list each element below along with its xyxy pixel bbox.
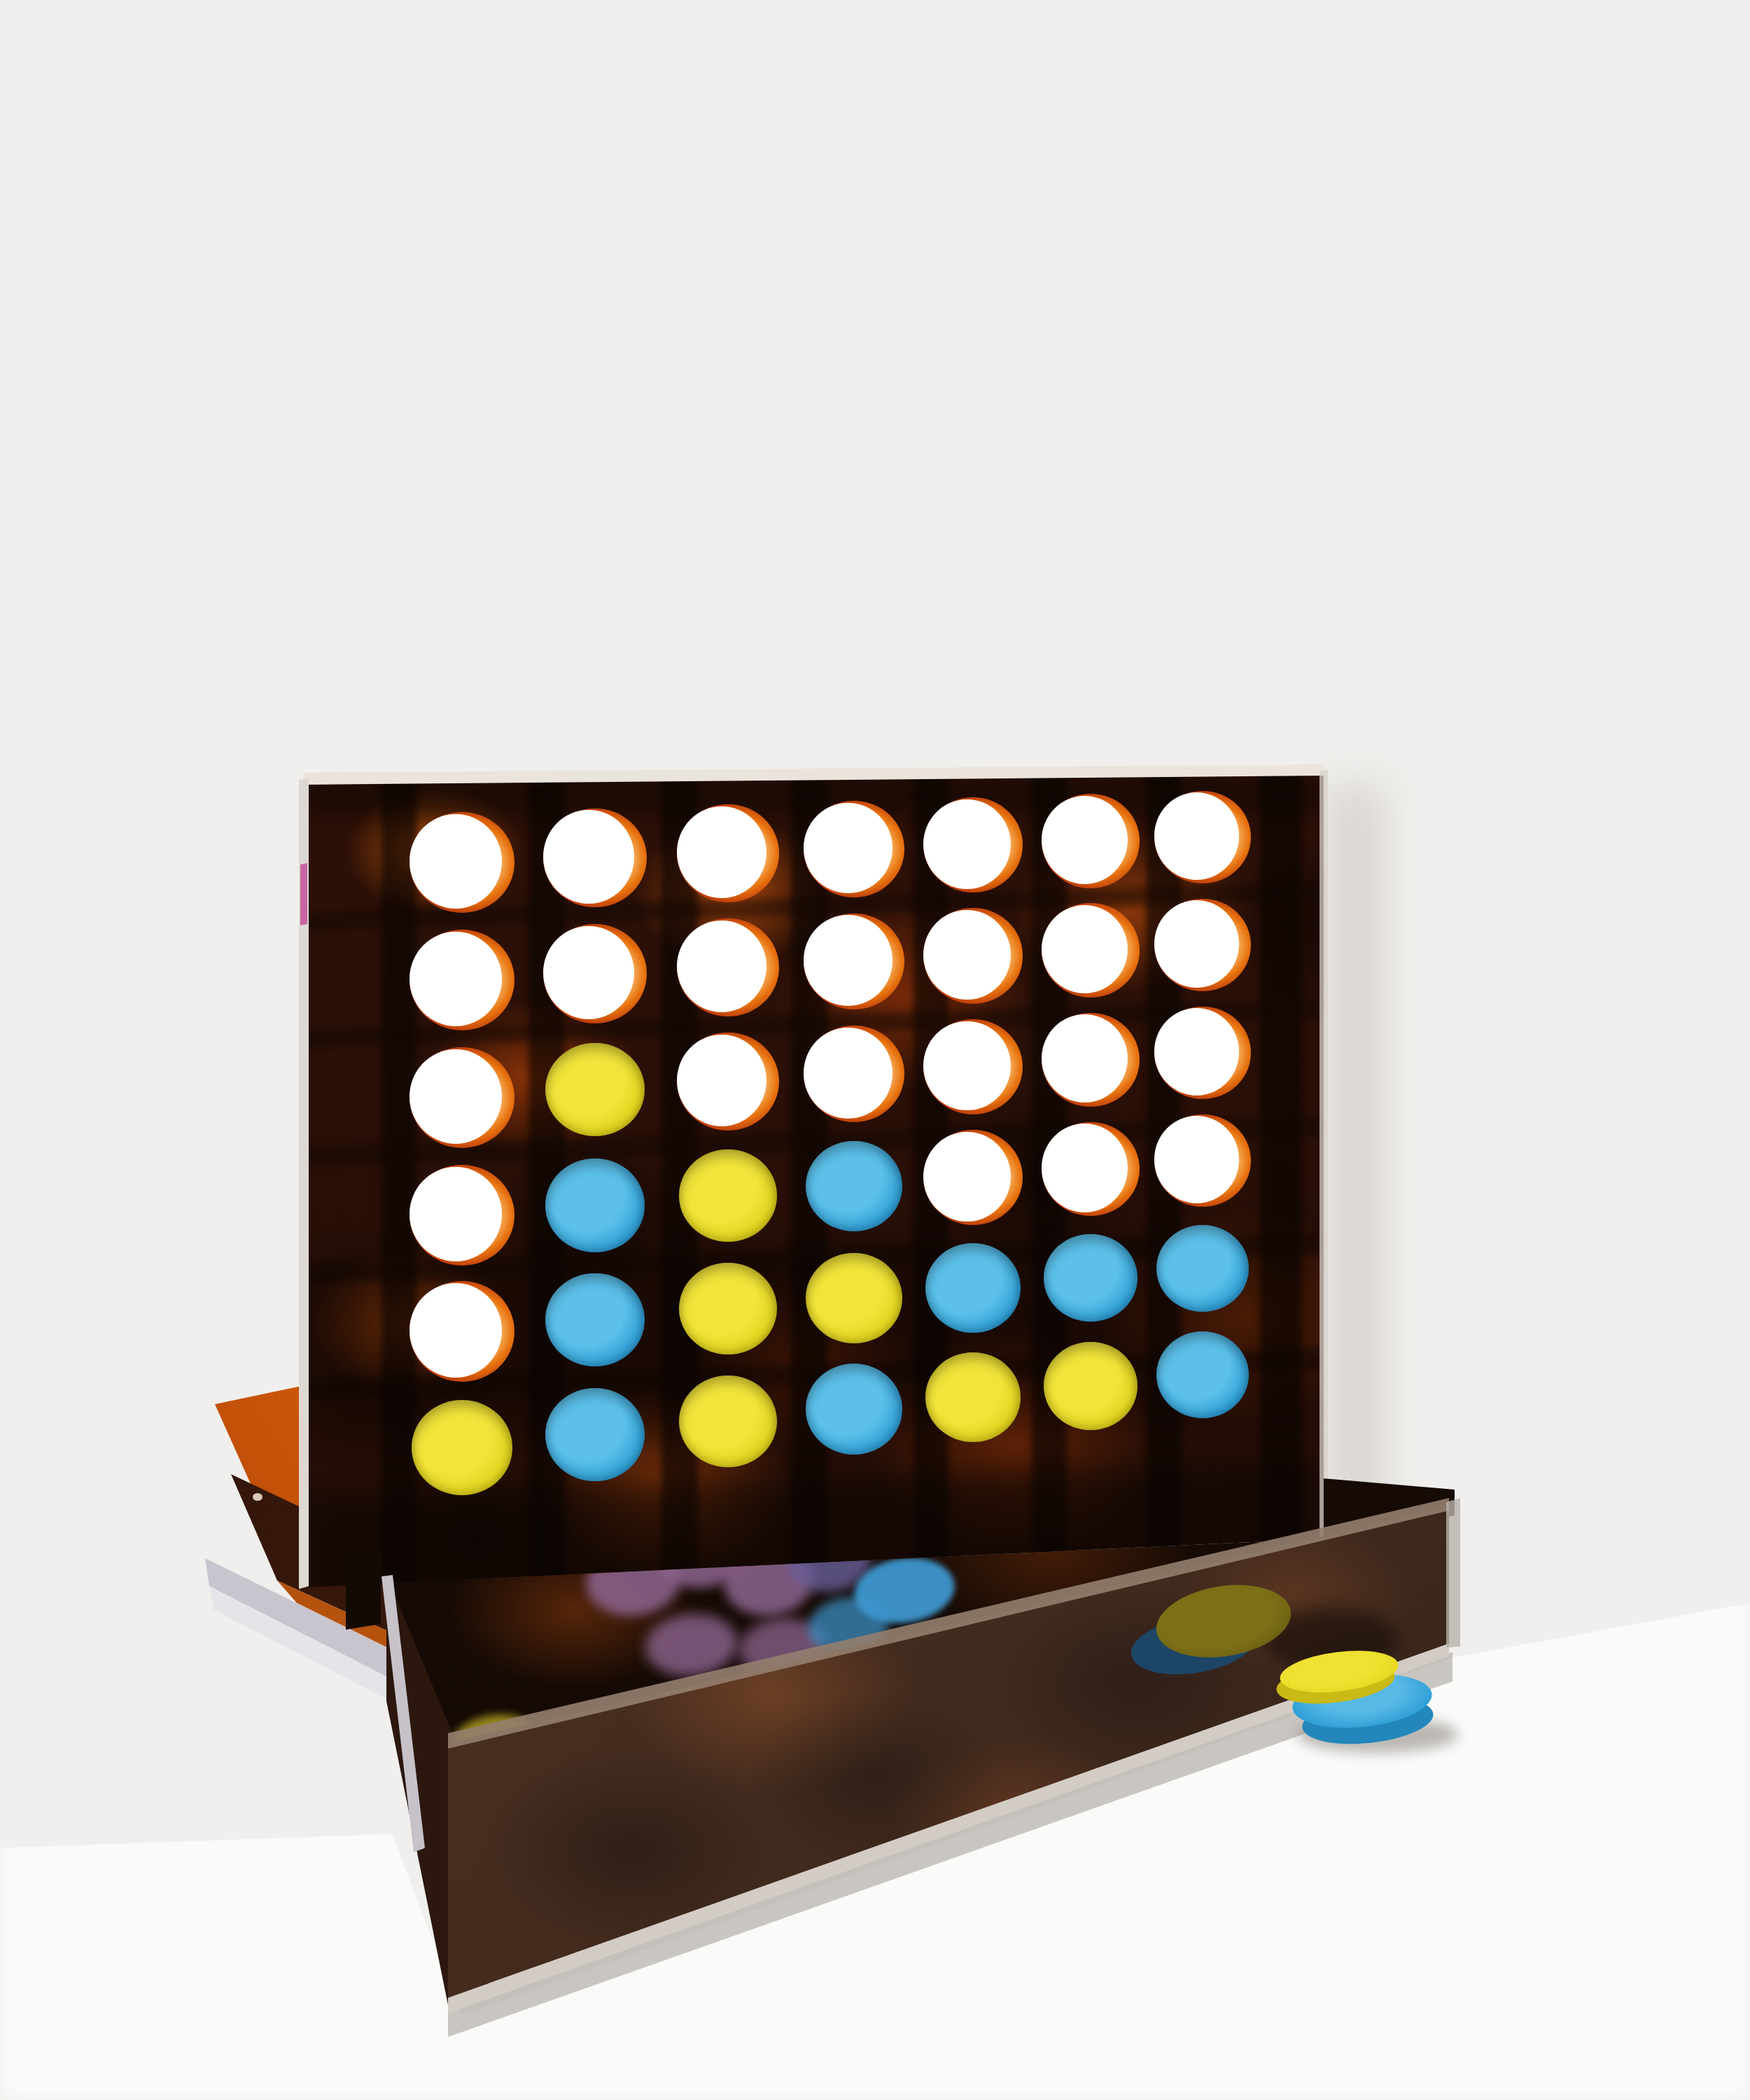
product-photo-scene (0, 0, 1750, 2100)
table-disc-stack (0, 0, 1750, 2100)
